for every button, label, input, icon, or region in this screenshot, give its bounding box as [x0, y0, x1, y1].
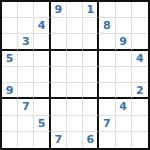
cell-r7c4[interactable] [51, 99, 67, 115]
cell-r9c5[interactable] [67, 132, 83, 148]
cell-r8c5[interactable] [67, 116, 83, 132]
cell-r6c6[interactable] [83, 83, 99, 99]
cell-r1c7[interactable] [99, 2, 115, 18]
cell-r4c4[interactable] [51, 51, 67, 67]
cell-r1c3[interactable] [34, 2, 50, 18]
cell-r2c6[interactable] [83, 18, 99, 34]
cell-r6c3[interactable] [34, 83, 50, 99]
cell-r7c6[interactable] [83, 99, 99, 115]
cell-r3c7[interactable] [99, 34, 115, 50]
cell-r7c3[interactable] [34, 99, 50, 115]
cell-r3c4[interactable] [51, 34, 67, 50]
cell-r6c5[interactable] [67, 83, 83, 99]
cell-r3c3[interactable] [34, 34, 50, 50]
cell-r1c8[interactable] [116, 2, 132, 18]
given-digit-r2c3[interactable]: 4 [34, 18, 50, 34]
cell-r2c2[interactable] [18, 18, 34, 34]
cell-r5c2[interactable] [18, 67, 34, 83]
cell-r1c2[interactable] [18, 2, 34, 18]
cell-r5c4[interactable] [51, 67, 67, 83]
cell-r8c8[interactable] [116, 116, 132, 132]
cell-r2c9[interactable] [132, 18, 148, 34]
given-digit-r7c2[interactable]: 7 [18, 99, 34, 115]
cell-r2c1[interactable] [2, 18, 18, 34]
cell-r2c4[interactable] [51, 18, 67, 34]
given-digit-r4c9[interactable]: 4 [132, 51, 148, 67]
cell-r6c7[interactable] [99, 83, 115, 99]
cell-r2c8[interactable] [116, 18, 132, 34]
cell-r8c2[interactable] [18, 116, 34, 132]
given-digit-r2c7[interactable]: 8 [99, 18, 115, 34]
cell-r8c9[interactable] [132, 116, 148, 132]
cell-r5c5[interactable] [67, 67, 83, 83]
cell-r9c9[interactable] [132, 132, 148, 148]
given-digit-r1c4[interactable]: 9 [51, 2, 67, 18]
cell-r8c4[interactable] [51, 116, 67, 132]
cell-r9c7[interactable] [99, 132, 115, 148]
cell-r1c1[interactable] [2, 2, 18, 18]
cell-r9c2[interactable] [18, 132, 34, 148]
given-digit-r9c6[interactable]: 6 [83, 132, 99, 148]
given-digit-r1c6[interactable]: 1 [83, 2, 99, 18]
given-digit-r6c9[interactable]: 2 [132, 83, 148, 99]
cell-r5c6[interactable] [83, 67, 99, 83]
given-digit-r9c4[interactable]: 7 [51, 132, 67, 148]
cell-r6c8[interactable] [116, 83, 132, 99]
given-digit-r4c1[interactable]: 5 [2, 51, 18, 67]
cell-r5c8[interactable] [116, 67, 132, 83]
cell-r7c1[interactable] [2, 99, 18, 115]
cell-r8c1[interactable] [2, 116, 18, 132]
cell-r6c2[interactable] [18, 83, 34, 99]
cell-r1c9[interactable] [132, 2, 148, 18]
cell-r3c1[interactable] [2, 34, 18, 50]
given-digit-r8c3[interactable]: 5 [34, 116, 50, 132]
cell-r3c9[interactable] [132, 34, 148, 50]
cell-r9c3[interactable] [34, 132, 50, 148]
cell-r7c7[interactable] [99, 99, 115, 115]
cell-r9c8[interactable] [116, 132, 132, 148]
cell-r4c8[interactable] [116, 51, 132, 67]
cell-r2c5[interactable] [67, 18, 83, 34]
given-digit-r3c2[interactable]: 3 [18, 34, 34, 50]
given-digit-r8c7[interactable]: 7 [99, 116, 115, 132]
cell-r5c9[interactable] [132, 67, 148, 83]
given-digit-r6c1[interactable]: 9 [2, 83, 18, 99]
cell-r5c3[interactable] [34, 67, 50, 83]
cell-r4c5[interactable] [67, 51, 83, 67]
cell-r9c1[interactable] [2, 132, 18, 148]
cell-r8c6[interactable] [83, 116, 99, 132]
cell-r3c6[interactable] [83, 34, 99, 50]
cell-r3c5[interactable] [67, 34, 83, 50]
given-digit-r3c8[interactable]: 9 [116, 34, 132, 50]
cell-r4c3[interactable] [34, 51, 50, 67]
sudoku-board: 9148395492745776 [0, 0, 150, 150]
cell-r7c5[interactable] [67, 99, 83, 115]
cell-r4c2[interactable] [18, 51, 34, 67]
cell-r5c7[interactable] [99, 67, 115, 83]
cell-r4c6[interactable] [83, 51, 99, 67]
cell-r5c1[interactable] [2, 67, 18, 83]
cell-r6c4[interactable] [51, 83, 67, 99]
cell-r1c5[interactable] [67, 2, 83, 18]
cell-r4c7[interactable] [99, 51, 115, 67]
cell-r7c9[interactable] [132, 99, 148, 115]
given-digit-r7c8[interactable]: 4 [116, 99, 132, 115]
